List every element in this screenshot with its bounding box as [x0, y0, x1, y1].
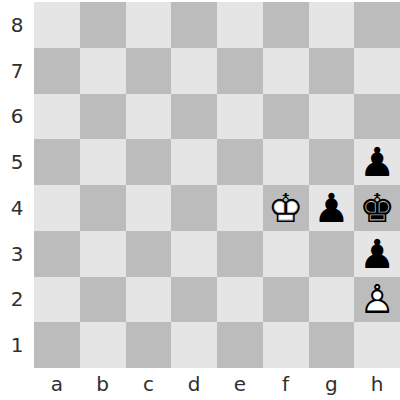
square-d4[interactable] [171, 185, 217, 231]
square-a6[interactable] [34, 94, 80, 140]
square-b5[interactable] [80, 139, 126, 185]
square-c2[interactable] [126, 277, 172, 323]
square-f3[interactable] [263, 231, 309, 277]
square-c8[interactable] [126, 2, 172, 48]
square-g4[interactable]: ♟ [309, 185, 355, 231]
square-d6[interactable] [171, 94, 217, 140]
square-c6[interactable] [126, 94, 172, 140]
square-h8[interactable] [354, 2, 400, 48]
square-a8[interactable] [34, 2, 80, 48]
square-b6[interactable] [80, 94, 126, 140]
square-h7[interactable] [354, 48, 400, 94]
black-king-glyph: ♚ [359, 188, 395, 228]
file-label-a: a [34, 368, 80, 400]
rank-label-1: 1 [0, 322, 34, 368]
rank-labels: 87654321 [0, 2, 34, 368]
file-label-d: d [171, 368, 217, 400]
square-g2[interactable] [309, 277, 355, 323]
square-a5[interactable] [34, 139, 80, 185]
square-g3[interactable] [309, 231, 355, 277]
square-d1[interactable] [171, 322, 217, 368]
square-c4[interactable] [126, 185, 172, 231]
rank-label-6: 6 [0, 94, 34, 140]
square-a7[interactable] [34, 48, 80, 94]
file-label-f: f [263, 368, 309, 400]
square-f5[interactable] [263, 139, 309, 185]
rank-label-8: 8 [0, 2, 34, 48]
white-pawn[interactable]: ♟♙ [354, 277, 400, 323]
square-c5[interactable] [126, 139, 172, 185]
square-e8[interactable] [217, 2, 263, 48]
black-pawn-glyph: ♟ [359, 142, 395, 182]
square-c3[interactable] [126, 231, 172, 277]
square-c1[interactable] [126, 322, 172, 368]
black-pawn-glyph: ♟ [359, 234, 395, 274]
file-label-g: g [309, 368, 355, 400]
square-b7[interactable] [80, 48, 126, 94]
square-d8[interactable] [171, 2, 217, 48]
square-b2[interactable] [80, 277, 126, 323]
white-king[interactable]: ♚♔ [263, 185, 309, 231]
square-e4[interactable] [217, 185, 263, 231]
chess-board: ♟♚♔♟♚♟♟♙ [34, 2, 400, 368]
square-f4[interactable]: ♚♔ [263, 185, 309, 231]
square-f8[interactable] [263, 2, 309, 48]
square-g6[interactable] [309, 94, 355, 140]
rank-label-4: 4 [0, 185, 34, 231]
square-b1[interactable] [80, 322, 126, 368]
rank-label-2: 2 [0, 277, 34, 323]
square-a3[interactable] [34, 231, 80, 277]
square-h6[interactable] [354, 94, 400, 140]
black-pawn[interactable]: ♟ [309, 185, 355, 231]
file-labels: abcdefgh [34, 368, 400, 400]
square-e6[interactable] [217, 94, 263, 140]
file-label-c: c [126, 368, 172, 400]
square-e1[interactable] [217, 322, 263, 368]
square-b8[interactable] [80, 2, 126, 48]
file-label-b: b [80, 368, 126, 400]
square-f1[interactable] [263, 322, 309, 368]
square-h2[interactable]: ♟♙ [354, 277, 400, 323]
square-e2[interactable] [217, 277, 263, 323]
file-label-e: e [217, 368, 263, 400]
black-pawn-glyph: ♟ [313, 188, 349, 228]
square-d7[interactable] [171, 48, 217, 94]
square-a4[interactable] [34, 185, 80, 231]
rank-label-3: 3 [0, 231, 34, 277]
square-g7[interactable] [309, 48, 355, 94]
square-b4[interactable] [80, 185, 126, 231]
square-f7[interactable] [263, 48, 309, 94]
rank-label-5: 5 [0, 139, 34, 185]
square-h3[interactable]: ♟ [354, 231, 400, 277]
file-label-h: h [354, 368, 400, 400]
square-e7[interactable] [217, 48, 263, 94]
square-a1[interactable] [34, 322, 80, 368]
square-g1[interactable] [309, 322, 355, 368]
square-h1[interactable] [354, 322, 400, 368]
square-e3[interactable] [217, 231, 263, 277]
rank-label-7: 7 [0, 48, 34, 94]
square-d2[interactable] [171, 277, 217, 323]
square-b3[interactable] [80, 231, 126, 277]
black-pawn[interactable]: ♟ [354, 139, 400, 185]
white-pawn-outline: ♙ [359, 279, 395, 319]
white-king-outline: ♔ [268, 188, 304, 228]
square-f2[interactable] [263, 277, 309, 323]
square-h5[interactable]: ♟ [354, 139, 400, 185]
square-d3[interactable] [171, 231, 217, 277]
black-king[interactable]: ♚ [354, 185, 400, 231]
square-a2[interactable] [34, 277, 80, 323]
square-c7[interactable] [126, 48, 172, 94]
square-d5[interactable] [171, 139, 217, 185]
chess-diagram: 87654321 ♟♚♔♟♚♟♟♙ abcdefgh [0, 0, 400, 400]
square-f6[interactable] [263, 94, 309, 140]
black-pawn[interactable]: ♟ [354, 231, 400, 277]
square-e5[interactable] [217, 139, 263, 185]
square-h4[interactable]: ♚ [354, 185, 400, 231]
square-g5[interactable] [309, 139, 355, 185]
square-g8[interactable] [309, 2, 355, 48]
